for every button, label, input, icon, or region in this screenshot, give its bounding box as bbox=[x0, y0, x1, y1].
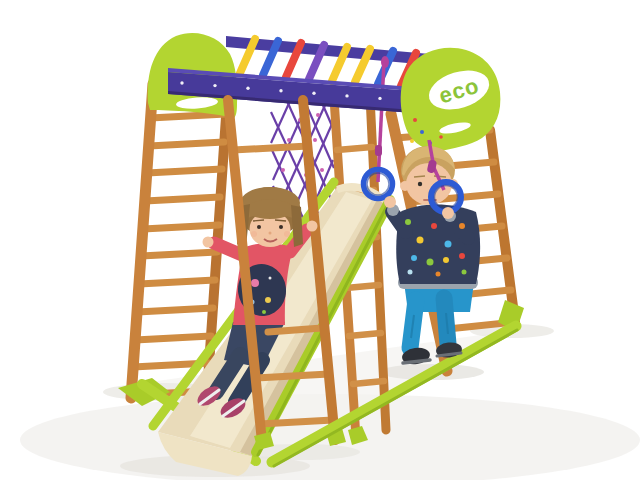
eco-panel-right: eco bbox=[401, 48, 501, 152]
play-gym-photo: eco bbox=[0, 0, 640, 480]
